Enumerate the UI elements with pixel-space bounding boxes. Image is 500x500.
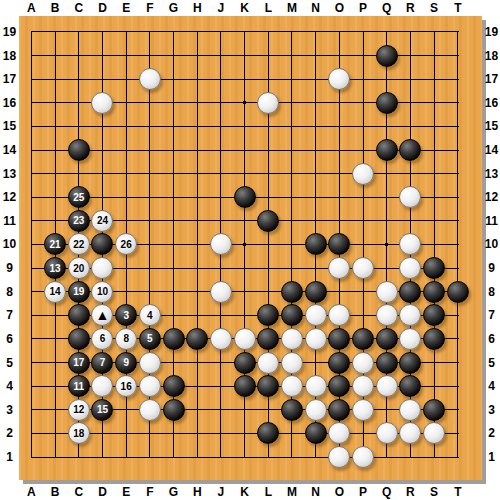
- column-label-bottom-B: B: [47, 485, 63, 499]
- row-label-right-9: 9: [484, 261, 499, 275]
- grid-line-vertical: [434, 32, 435, 458]
- stone-black-M3: [281, 399, 303, 421]
- row-label-left-17: 17: [2, 72, 17, 86]
- row-label-right-15: 15: [484, 119, 499, 133]
- stone-black-K5: [234, 352, 256, 374]
- row-label-right-3: 3: [484, 403, 499, 417]
- stone-black-N8: [305, 281, 327, 303]
- move-number: 14: [50, 286, 61, 297]
- row-label-left-13: 13: [2, 167, 17, 181]
- star-point-K10: [243, 243, 246, 246]
- grid-line-vertical: [197, 32, 198, 458]
- move-number: 4: [147, 310, 153, 321]
- move-number: 16: [121, 381, 132, 392]
- column-label-bottom-C: C: [71, 485, 87, 499]
- move-number: 26: [121, 239, 132, 250]
- row-label-right-12: 12: [484, 190, 499, 204]
- stone-black-R8: [399, 281, 421, 303]
- stone-black-C5: 17: [68, 352, 90, 374]
- stone-black-C6: [68, 328, 90, 350]
- row-label-left-2: 2: [2, 426, 17, 440]
- stone-white-P3: [352, 399, 374, 421]
- row-label-left-7: 7: [2, 308, 17, 322]
- move-number: 20: [73, 263, 84, 274]
- stone-white-F4: [139, 375, 161, 397]
- stone-white-L5: [257, 352, 279, 374]
- stone-black-E5: 9: [115, 352, 137, 374]
- row-label-right-2: 2: [484, 426, 499, 440]
- move-number: 9: [123, 357, 129, 368]
- row-label-right-16: 16: [484, 96, 499, 110]
- row-label-left-18: 18: [2, 49, 17, 63]
- move-number: 22: [73, 239, 84, 250]
- stone-black-Q14: [376, 139, 398, 161]
- row-label-left-14: 14: [2, 143, 17, 157]
- column-label-top-E: E: [118, 1, 134, 15]
- stone-white-M5: [281, 352, 303, 374]
- stone-black-F6: 5: [139, 328, 161, 350]
- grid-line-vertical: [457, 32, 458, 458]
- row-label-right-6: 6: [484, 332, 499, 346]
- row-label-right-17: 17: [484, 72, 499, 86]
- row-label-left-16: 16: [2, 96, 17, 110]
- stone-white-C9: 20: [68, 257, 90, 279]
- stone-black-K12: [234, 186, 256, 208]
- stone-white-N7: [305, 304, 327, 326]
- stone-white-Q7: [376, 304, 398, 326]
- stone-black-C14: [68, 139, 90, 161]
- stone-black-Q16: [376, 92, 398, 114]
- stone-white-Q4: [376, 375, 398, 397]
- triangle-marker-icon: ▲: [96, 308, 110, 322]
- stone-white-N6: [305, 328, 327, 350]
- column-label-top-S: S: [426, 1, 442, 15]
- move-number: 18: [73, 428, 84, 439]
- row-label-right-14: 14: [484, 143, 499, 157]
- stone-black-S6: [423, 328, 445, 350]
- stone-black-G6: [163, 328, 185, 350]
- stone-white-J6: [210, 328, 232, 350]
- stone-black-G4: [163, 375, 185, 397]
- row-label-right-11: 11: [484, 214, 499, 228]
- stone-white-C3: 12: [68, 399, 90, 421]
- column-label-top-B: B: [47, 1, 63, 15]
- move-number: 11: [73, 381, 84, 392]
- row-label-right-18: 18: [484, 49, 499, 63]
- column-label-top-H: H: [189, 1, 205, 15]
- stone-white-E6: 8: [115, 328, 137, 350]
- row-label-left-6: 6: [2, 332, 17, 346]
- stone-white-F5: [139, 352, 161, 374]
- row-label-left-11: 11: [2, 214, 17, 228]
- move-number: 6: [100, 333, 106, 344]
- stone-black-D5: 7: [91, 352, 113, 374]
- grid-line-horizontal: [31, 457, 458, 458]
- stone-white-P1: [352, 446, 374, 468]
- column-label-top-A: A: [23, 1, 39, 15]
- move-number: 10: [97, 286, 108, 297]
- row-label-right-19: 19: [484, 25, 499, 39]
- stone-white-L16: [257, 92, 279, 114]
- move-number: 5: [147, 333, 153, 344]
- column-label-top-L: L: [260, 1, 276, 15]
- move-number: 24: [97, 215, 108, 226]
- column-label-top-D: D: [94, 1, 110, 15]
- move-number: 19: [73, 286, 84, 297]
- move-number: 8: [123, 333, 129, 344]
- stone-black-N10: [305, 233, 327, 255]
- stone-black-H6: [186, 328, 208, 350]
- stone-white-B8: 14: [44, 281, 66, 303]
- column-label-top-K: K: [237, 1, 253, 15]
- column-label-bottom-K: K: [237, 485, 253, 499]
- stone-white-F7: 4: [139, 304, 161, 326]
- row-label-right-4: 4: [484, 379, 499, 393]
- row-label-left-5: 5: [2, 356, 17, 370]
- stone-white-N3: [305, 399, 327, 421]
- column-label-bottom-D: D: [94, 485, 110, 499]
- stone-white-Q8: [376, 281, 398, 303]
- column-label-bottom-R: R: [402, 485, 418, 499]
- column-label-top-O: O: [331, 1, 347, 15]
- stone-black-R5: [399, 352, 421, 374]
- stone-black-C4: 11: [68, 375, 90, 397]
- column-label-bottom-N: N: [308, 485, 324, 499]
- move-number: 17: [73, 357, 84, 368]
- stone-white-F17: [139, 68, 161, 90]
- star-point-K16: [243, 101, 246, 104]
- move-number: 25: [73, 192, 84, 203]
- column-label-bottom-T: T: [450, 485, 466, 499]
- column-label-top-M: M: [284, 1, 300, 15]
- move-number: 7: [100, 357, 106, 368]
- stone-black-L11: [257, 210, 279, 232]
- row-label-left-3: 3: [2, 403, 17, 417]
- stone-black-C11: 23: [68, 210, 90, 232]
- column-label-bottom-J: J: [213, 485, 229, 499]
- stone-black-S3: [423, 399, 445, 421]
- stone-black-Q18: [376, 45, 398, 67]
- row-label-left-19: 19: [2, 25, 17, 39]
- stone-white-P13: [352, 163, 374, 185]
- row-label-right-7: 7: [484, 308, 499, 322]
- stone-white-M4: [281, 375, 303, 397]
- column-label-bottom-A: A: [23, 485, 39, 499]
- stone-white-J8: [210, 281, 232, 303]
- row-label-left-12: 12: [2, 190, 17, 204]
- row-label-left-9: 9: [2, 261, 17, 275]
- row-label-right-13: 13: [484, 167, 499, 181]
- move-number: 13: [50, 263, 61, 274]
- column-label-top-T: T: [450, 1, 466, 15]
- stone-white-P5: [352, 352, 374, 374]
- column-label-bottom-E: E: [118, 485, 134, 499]
- column-label-top-J: J: [213, 1, 229, 15]
- stone-white-N4: [305, 375, 327, 397]
- stone-black-S8: [423, 281, 445, 303]
- row-label-left-15: 15: [2, 119, 17, 133]
- column-label-top-F: F: [142, 1, 158, 15]
- grid-line-vertical: [31, 32, 32, 458]
- column-label-top-C: C: [71, 1, 87, 15]
- stone-black-P6: [352, 328, 374, 350]
- row-label-left-10: 10: [2, 237, 17, 251]
- stone-white-P9: [352, 257, 374, 279]
- stone-black-O5: [328, 352, 350, 374]
- column-label-bottom-S: S: [426, 485, 442, 499]
- stone-black-N2: [305, 422, 327, 444]
- stone-black-C7: [68, 304, 90, 326]
- column-label-bottom-M: M: [284, 485, 300, 499]
- row-label-right-1: 1: [484, 450, 499, 464]
- stone-white-K6: [234, 328, 256, 350]
- column-label-top-N: N: [308, 1, 324, 15]
- stone-black-K4: [234, 375, 256, 397]
- row-label-right-5: 5: [484, 356, 499, 370]
- stone-black-M8: [281, 281, 303, 303]
- kifu-diagram: AABBCCDDEEFFGGHHJJKKLLMMNNOOPPQQRRSSTT19…: [0, 0, 500, 500]
- column-label-bottom-P: P: [355, 485, 371, 499]
- row-label-left-1: 1: [2, 450, 17, 464]
- column-label-bottom-O: O: [331, 485, 347, 499]
- row-label-right-10: 10: [484, 237, 499, 251]
- column-label-bottom-Q: Q: [379, 485, 395, 499]
- column-label-top-G: G: [166, 1, 182, 15]
- stone-black-C12: 25: [68, 186, 90, 208]
- stone-black-B9: 13: [44, 257, 66, 279]
- column-label-bottom-G: G: [166, 485, 182, 499]
- stone-white-M6: [281, 328, 303, 350]
- move-number: 23: [73, 215, 84, 226]
- column-label-bottom-F: F: [142, 485, 158, 499]
- stone-white-F3: [139, 399, 161, 421]
- stone-black-G3: [163, 399, 185, 421]
- column-label-top-Q: Q: [379, 1, 395, 15]
- column-label-bottom-L: L: [260, 485, 276, 499]
- move-number: 12: [73, 404, 84, 415]
- move-number: 21: [50, 239, 61, 250]
- column-label-top-R: R: [402, 1, 418, 15]
- move-number: 3: [123, 310, 129, 321]
- row-label-left-4: 4: [2, 379, 17, 393]
- column-label-bottom-H: H: [189, 485, 205, 499]
- row-label-right-8: 8: [484, 285, 499, 299]
- stone-black-Q6: [376, 328, 398, 350]
- move-number: 15: [97, 404, 108, 415]
- stone-black-T8: [447, 281, 469, 303]
- stone-black-Q5: [376, 352, 398, 374]
- star-point-Q10: [385, 243, 388, 246]
- row-label-left-8: 8: [2, 285, 17, 299]
- column-label-top-P: P: [355, 1, 371, 15]
- stone-black-C8: 19: [68, 281, 90, 303]
